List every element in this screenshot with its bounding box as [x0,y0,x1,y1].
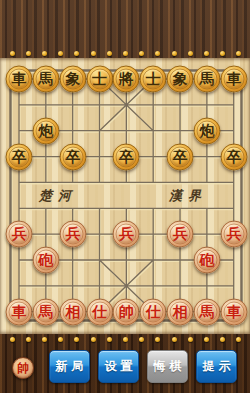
nail-icon [74,51,79,56]
xiangqi-board[interactable]: 楚河 漢界 車馬象士將士象馬車炮炮卒卒卒卒卒兵兵兵兵兵砲砲車馬相仕帥仕相馬車 [0,58,250,334]
nail-icon [188,51,193,56]
nail-icon [123,337,128,342]
piece-black-horse[interactable]: 馬 [32,66,59,93]
nail-icon [139,51,144,56]
nail-icon [204,51,209,56]
piece-red-horse[interactable]: 馬 [32,298,59,325]
piece-red-soldier[interactable]: 兵 [167,221,194,248]
nail-icon [58,51,63,56]
piece-red-general[interactable]: 帥 [113,298,140,325]
nail-icon [155,51,160,56]
piece-red-advisor[interactable]: 仕 [140,298,167,325]
red-general-glyph: 帥 [17,358,29,378]
piece-red-chariot[interactable]: 車 [6,298,33,325]
piece-black-advisor[interactable]: 士 [86,66,113,93]
piece-red-chariot[interactable]: 車 [220,298,247,325]
nail-icon [42,51,47,56]
piece-black-soldier[interactable]: 卒 [113,143,140,170]
settings-button[interactable]: 设置 [98,350,139,383]
piece-black-chariot[interactable]: 車 [220,66,247,93]
piece-red-advisor[interactable]: 仕 [86,298,113,325]
piece-black-soldier[interactable]: 卒 [6,143,33,170]
nail-icon [58,337,63,342]
xiangqi-app: 楚河 漢界 車馬象士將士象馬車炮炮卒卒卒卒卒兵兵兵兵兵砲砲車馬相仕帥仕相馬車 帥… [0,0,250,393]
nail-icon [172,337,177,342]
piece-black-advisor[interactable]: 士 [140,66,167,93]
nail-icon [91,51,96,56]
piece-black-chariot[interactable]: 車 [6,66,33,93]
nail-icon [155,337,160,342]
nail-icon [107,337,112,342]
nail-icon [91,337,96,342]
nail-icon [26,51,31,56]
piece-red-soldier[interactable]: 兵 [59,221,86,248]
red-turn-indicator: 帥 [12,357,34,379]
piece-black-cannon[interactable]: 炮 [193,117,220,144]
piece-red-cannon[interactable]: 砲 [193,246,220,273]
piece-red-elephant[interactable]: 相 [167,298,194,325]
nail-icon [172,51,177,56]
nail-icon [188,337,193,342]
river-label-chu-he: 楚河 [39,187,77,205]
piece-black-soldier[interactable]: 卒 [220,143,247,170]
nail-icon [236,51,241,56]
new-game-button[interactable]: 新局 [49,350,90,383]
nail-icon [123,51,128,56]
nail-icon [26,337,31,342]
nail-icon [74,337,79,342]
piece-black-elephant[interactable]: 象 [59,66,86,93]
nail-icon [236,337,241,342]
piece-red-soldier[interactable]: 兵 [113,221,140,248]
nail-icon [220,51,225,56]
board-grid-lines [0,58,250,334]
piece-black-elephant[interactable]: 象 [167,66,194,93]
nail-icon [139,337,144,342]
bottom-toolbar: 帥 新局 设置 悔棋 提示 [0,344,250,393]
piece-red-soldier[interactable]: 兵 [6,221,33,248]
piece-red-soldier[interactable]: 兵 [220,221,247,248]
piece-black-general[interactable]: 將 [113,66,140,93]
piece-black-horse[interactable]: 馬 [193,66,220,93]
piece-red-cannon[interactable]: 砲 [32,246,59,273]
nail-icon [107,51,112,56]
piece-red-horse[interactable]: 馬 [193,298,220,325]
hint-button[interactable]: 提示 [196,350,237,383]
piece-black-soldier[interactable]: 卒 [59,143,86,170]
river-label-han-jie: 漢界 [169,187,207,205]
piece-black-soldier[interactable]: 卒 [167,143,194,170]
nail-icon [204,337,209,342]
undo-button[interactable]: 悔棋 [147,350,188,383]
piece-red-elephant[interactable]: 相 [59,298,86,325]
nail-icon [10,51,15,56]
piece-black-cannon[interactable]: 炮 [32,117,59,144]
nail-icon [42,337,47,342]
nail-icon [10,337,15,342]
nail-icon [220,337,225,342]
